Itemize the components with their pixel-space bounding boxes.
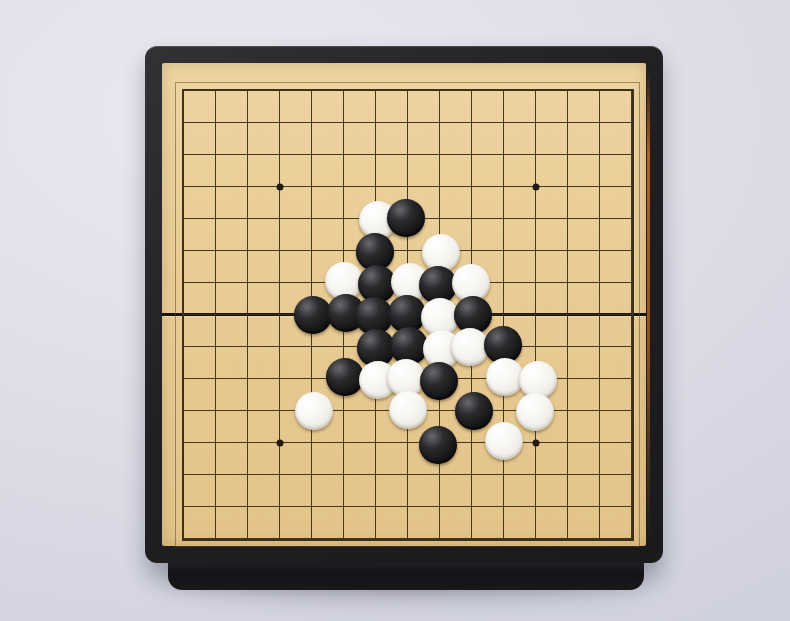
white-stone [516,393,554,431]
black-stone [419,426,457,464]
white-stone [295,392,333,430]
white-stone [389,391,427,429]
white-stone [485,422,523,460]
photo-background [0,0,790,621]
star-point [276,439,283,446]
grid-lines [183,90,632,539]
black-stone [387,199,425,237]
board-surface [162,63,646,546]
black-stone [455,392,493,430]
frame-highlight [647,70,650,539]
star-point [276,183,283,190]
star-point [532,183,539,190]
go-board [145,46,663,563]
star-point [532,439,539,446]
black-stone [420,362,458,400]
